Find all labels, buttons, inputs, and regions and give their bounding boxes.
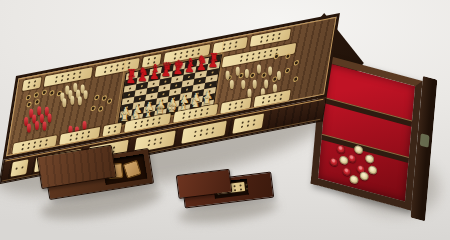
peg-hole: [28, 143, 30, 145]
peg-hole: [252, 53, 254, 55]
peg-hole: [154, 57, 156, 59]
peg-hole: [263, 97, 265, 99]
peg-hole: [61, 79, 63, 81]
peg-hole: [61, 75, 63, 77]
peg-hole: [198, 48, 200, 50]
square-dot: [163, 87, 165, 89]
peg-hole: [253, 119, 255, 121]
square-dot: [176, 78, 178, 80]
peg-hole: [88, 131, 90, 133]
brass-peg-hole: [295, 61, 298, 65]
bone-peg[interactable]: [268, 67, 272, 76]
drawer-escutcheon: [420, 133, 430, 147]
peg-hole: [81, 136, 83, 138]
square-dot: [211, 71, 213, 73]
peg-hole: [135, 122, 137, 124]
peg-hole: [67, 78, 69, 80]
plaque-holes: [262, 93, 283, 103]
peg-hole: [272, 38, 274, 40]
square-dot: [141, 85, 143, 87]
square-dot: [209, 84, 211, 86]
peg-hole: [140, 125, 142, 127]
peg-hole: [194, 135, 196, 137]
brass-peg-hole: [275, 55, 278, 59]
peg-hole: [34, 80, 36, 82]
peg-hole: [200, 113, 202, 115]
draughts-piece-white[interactable]: [365, 154, 374, 164]
peg-hole: [111, 65, 113, 67]
peg-hole: [105, 66, 107, 68]
peg-hole: [158, 117, 160, 119]
square-dot: [128, 94, 130, 96]
domino-pip: [233, 185, 235, 187]
plaque-holes: [148, 137, 163, 146]
square-dot: [188, 76, 190, 78]
peg-hole: [33, 84, 35, 86]
brass-peg-hole: [294, 77, 297, 81]
peg-hole: [235, 102, 237, 104]
peg-hole: [75, 137, 77, 139]
peg-hole: [15, 167, 17, 169]
bone-peg[interactable]: [230, 80, 234, 89]
red-peg[interactable]: [35, 121, 39, 130]
peg-hole: [194, 131, 196, 133]
peg-hole: [270, 50, 272, 52]
peg-hole: [128, 62, 130, 64]
peg-hole: [280, 98, 282, 100]
peg-hole: [34, 141, 36, 143]
peg-hole: [241, 55, 243, 57]
draughts-piece-white[interactable]: [354, 145, 363, 155]
peg-hole: [108, 127, 110, 129]
peg-hole: [27, 147, 29, 149]
peg-hole: [82, 132, 84, 134]
brass-peg-hole: [273, 77, 276, 81]
peg-hole: [206, 128, 208, 130]
peg-hole: [116, 68, 118, 70]
peg-hole: [241, 101, 243, 103]
peg-hole: [148, 144, 150, 146]
brass-peg-hole: [262, 73, 265, 77]
bone-peg[interactable]: [226, 71, 230, 80]
square-dot: [198, 86, 200, 88]
peg-hole: [267, 35, 269, 37]
peg-hole: [152, 122, 154, 124]
plaque-holes: [240, 48, 278, 62]
peg-hole: [228, 108, 230, 110]
plaque-holes: [134, 117, 161, 128]
peg-hole: [114, 130, 116, 132]
peg-hole: [69, 139, 71, 141]
square-dot: [151, 95, 153, 97]
brass-peg-hole: [95, 96, 98, 100]
red-peg[interactable]: [27, 124, 31, 133]
peg-hole: [104, 71, 106, 73]
peg-hole: [153, 143, 155, 145]
peg-hole: [189, 111, 191, 113]
peg-hole: [46, 139, 48, 141]
peg-hole: [234, 106, 236, 108]
brass-peg-hole: [27, 96, 30, 100]
peg-hole: [40, 140, 42, 142]
domino-pip: [239, 184, 241, 186]
peg-hole: [76, 133, 78, 135]
die[interactable]: [123, 160, 142, 179]
brass-peg-hole: [251, 73, 254, 77]
brass-peg-hole: [50, 91, 53, 95]
plaque-holes: [69, 131, 90, 141]
brass-peg-hole: [27, 103, 30, 107]
peg-hole: [247, 120, 249, 122]
peg-hole: [56, 76, 58, 78]
peg-hole: [266, 39, 268, 41]
peg-hole: [235, 41, 237, 43]
peg-hole: [160, 137, 162, 139]
peg-hole: [278, 33, 280, 35]
peg-hole: [200, 134, 202, 136]
square-dot: [129, 87, 131, 89]
square-dot: [175, 84, 177, 86]
plaque-holes: [21, 139, 48, 150]
peg-hole: [55, 80, 57, 82]
peg-hole: [21, 166, 23, 168]
peg-hole: [110, 70, 112, 72]
peg-hole: [114, 126, 116, 128]
square-dot: [139, 98, 141, 100]
peg-hole: [73, 73, 75, 75]
bone-peg[interactable]: [245, 69, 249, 78]
draughts-piece-white[interactable]: [349, 174, 358, 184]
peg-hole: [108, 131, 110, 133]
plaque-holes: [27, 80, 36, 88]
photo-canvas: ♜♞♝♛♚♝♞♜♟♟♟♟♟♟♟♟♟♟♟♟♟♟♟♟♜♞♝♛♚♝♞♜: [0, 0, 450, 240]
peg-hole: [253, 123, 255, 125]
peg-hole: [264, 51, 266, 53]
peg-hole: [79, 71, 81, 73]
peg-hole: [273, 34, 275, 36]
bone-peg[interactable]: [257, 65, 261, 74]
peg-hole: [186, 51, 188, 53]
peg-hole: [45, 143, 47, 145]
peg-hole: [242, 121, 244, 123]
domino-pip: [240, 188, 242, 190]
peg-hole: [278, 37, 280, 39]
red-peg[interactable]: [48, 113, 52, 122]
square-dot: [200, 73, 202, 75]
peg-hole: [260, 40, 262, 42]
peg-hole: [246, 54, 248, 56]
plaque-holes: [228, 101, 243, 110]
brass-peg-hole: [35, 93, 38, 97]
peg-hole: [223, 48, 225, 50]
peg-hole: [274, 95, 276, 97]
peg-hole: [229, 46, 231, 48]
peg-hole: [269, 54, 271, 56]
domino-pips: [233, 183, 248, 191]
plaque-holes: [15, 166, 23, 170]
peg-hole: [154, 138, 156, 140]
peg-hole: [182, 117, 184, 119]
bone-peg[interactable]: [236, 67, 240, 76]
draughts-piece-red[interactable]: [336, 144, 345, 154]
peg-hole: [223, 43, 225, 45]
brass-peg-hole: [286, 54, 289, 58]
plaque-holes: [241, 119, 256, 128]
square-dot: [152, 89, 154, 91]
peg-hole: [246, 58, 248, 60]
peg-hole: [195, 110, 197, 112]
square-dot: [164, 80, 166, 82]
peg-hole: [67, 74, 69, 76]
brass-peg-hole: [43, 91, 46, 95]
peg-hole: [211, 131, 213, 133]
square-dot: [186, 88, 188, 90]
domino-pip: [234, 189, 236, 191]
peg-hole: [252, 57, 254, 59]
cribbage-plaque: [10, 159, 28, 177]
peg-hole: [180, 52, 182, 54]
peg-hole: [39, 144, 41, 146]
bone-peg[interactable]: [264, 80, 268, 89]
bone-peg[interactable]: [84, 90, 88, 99]
peg-hole: [28, 81, 30, 83]
square-dot: [140, 91, 142, 93]
peg-hole: [188, 115, 190, 117]
square-dot: [127, 100, 129, 102]
square-dot: [174, 91, 176, 93]
peg-hole: [207, 108, 209, 110]
bone-peg[interactable]: [277, 71, 281, 80]
brass-peg-hole: [239, 74, 242, 78]
peg-hole: [229, 42, 231, 44]
peg-hole: [235, 45, 237, 47]
peg-hole: [274, 99, 276, 101]
peg-hole: [263, 55, 265, 57]
square-dot: [199, 80, 201, 82]
square-dot: [153, 83, 155, 85]
brass-peg-hole: [108, 99, 111, 103]
plaque-holes: [182, 108, 209, 119]
peg-hole: [258, 56, 260, 58]
peg-hole: [241, 126, 243, 128]
peg-hole: [280, 93, 282, 95]
draughts-piece-red[interactable]: [347, 153, 356, 163]
peg-hole: [141, 121, 143, 123]
bone-peg[interactable]: [78, 96, 82, 105]
peg-hole: [134, 126, 136, 128]
peg-hole: [262, 101, 264, 103]
peg-hole: [261, 36, 263, 38]
draughts-piece-red[interactable]: [329, 157, 338, 167]
peg-hole: [33, 146, 35, 148]
domino-pip: [245, 183, 247, 185]
peg-hole: [147, 119, 149, 121]
peg-hole: [183, 112, 185, 114]
plaque-holes: [194, 127, 215, 137]
peg-hole: [206, 112, 208, 114]
peg-hole: [78, 76, 80, 78]
bone-peg[interactable]: [241, 80, 245, 89]
peg-hole: [192, 49, 194, 51]
plaque-holes: [223, 41, 238, 50]
draughts-piece-white[interactable]: [360, 171, 369, 181]
red-peg[interactable]: [42, 122, 46, 131]
square-dot: [187, 82, 189, 84]
peg-hole: [158, 121, 160, 123]
peg-hole: [229, 103, 231, 105]
peg-hole: [201, 109, 203, 111]
peg-hole: [87, 135, 89, 137]
peg-hole: [148, 58, 150, 60]
peg-hole: [240, 105, 242, 107]
peg-hole: [276, 48, 278, 50]
brass-peg-hole: [286, 69, 289, 73]
bone-peg[interactable]: [62, 98, 66, 107]
peg-hole: [174, 53, 176, 55]
peg-hole: [258, 52, 260, 54]
peg-hole: [212, 127, 214, 129]
peg-hole: [206, 132, 208, 134]
peg-hole: [247, 124, 249, 126]
domino-pip: [246, 187, 248, 189]
bone-peg[interactable]: [70, 96, 74, 105]
bone-peg[interactable]: [253, 80, 257, 89]
peg-hole: [21, 148, 23, 150]
brass-peg-hole: [91, 107, 94, 111]
square-dot: [210, 77, 212, 79]
brass-peg-hole: [35, 100, 38, 104]
peg-hole: [268, 96, 270, 98]
peg-hole: [240, 60, 242, 62]
cribbage-plaque: [102, 123, 121, 137]
peg-hole: [200, 129, 202, 131]
peg-hole: [194, 114, 196, 116]
peg-hole: [153, 118, 155, 120]
peg-hole: [22, 144, 24, 146]
brass-peg-hole: [99, 107, 102, 111]
peg-hole: [116, 64, 118, 66]
peg-hole: [70, 134, 72, 136]
plaque-holes: [108, 126, 117, 134]
peg-hole: [146, 124, 148, 126]
peg-hole: [73, 77, 75, 79]
checkers-tray: [318, 63, 415, 202]
peg-hole: [148, 139, 150, 141]
peg-hole: [113, 146, 115, 148]
peg-hole: [27, 86, 29, 88]
square-dot: [162, 93, 164, 95]
cribbage-plaque: [232, 113, 264, 133]
peg-hole: [159, 141, 161, 143]
brass-peg-hole: [103, 96, 106, 100]
draughts-piece-white[interactable]: [368, 165, 377, 175]
cribbage-plaque: [181, 121, 227, 144]
peg-hole: [268, 100, 270, 102]
